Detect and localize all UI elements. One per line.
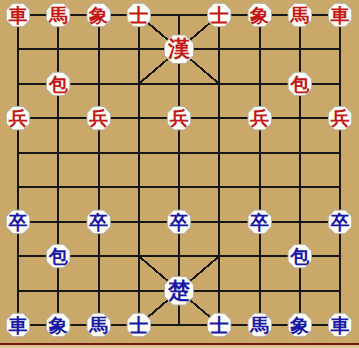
piece-han-horse[interactable]: 馬 [46, 3, 71, 28]
piece-face[interactable]: 包 [288, 72, 311, 95]
piece-face[interactable]: 卒 [7, 210, 30, 233]
piece-face[interactable]: 象 [288, 313, 311, 336]
janggi-board: 車馬象士士象馬車漢包包兵兵兵兵兵卒卒卒卒卒包包楚車象馬士士馬象車 [0, 0, 359, 348]
piece-face[interactable]: 馬 [47, 4, 70, 27]
piece-cho-chariot[interactable]: 車 [328, 312, 353, 337]
piece-face[interactable]: 包 [47, 245, 70, 268]
piece-face[interactable]: 兵 [329, 107, 352, 130]
piece-face[interactable]: 車 [7, 4, 30, 27]
piece-face[interactable]: 馬 [288, 4, 311, 27]
piece-cho-chariot[interactable]: 車 [6, 312, 31, 337]
piece-cho-soldier[interactable]: 卒 [6, 209, 31, 234]
piece-cho-horse[interactable]: 馬 [86, 312, 111, 337]
piece-han-elephant[interactable]: 象 [247, 3, 272, 28]
piece-face[interactable]: 車 [329, 4, 352, 27]
piece-face[interactable]: 士 [208, 313, 231, 336]
piece-face[interactable]: 楚 [165, 277, 193, 305]
piece-face[interactable]: 卒 [329, 210, 352, 233]
piece-face[interactable]: 卒 [87, 210, 110, 233]
piece-cho-cannon[interactable]: 包 [46, 244, 71, 269]
piece-face[interactable]: 馬 [87, 313, 110, 336]
piece-han-soldier[interactable]: 兵 [247, 106, 272, 131]
piece-face[interactable]: 兵 [168, 107, 191, 130]
piece-face[interactable]: 包 [288, 245, 311, 268]
piece-han-general[interactable]: 漢 [164, 34, 194, 64]
piece-face[interactable]: 馬 [248, 313, 271, 336]
piece-face[interactable]: 士 [208, 4, 231, 27]
piece-cho-soldier[interactable]: 卒 [167, 209, 192, 234]
piece-cho-soldier[interactable]: 卒 [328, 209, 353, 234]
piece-face[interactable]: 兵 [248, 107, 271, 130]
piece-cho-elephant[interactable]: 象 [287, 312, 312, 337]
piece-face[interactable]: 兵 [7, 107, 30, 130]
piece-cho-general[interactable]: 楚 [164, 276, 194, 306]
piece-face[interactable]: 士 [127, 4, 150, 27]
piece-cho-horse[interactable]: 馬 [247, 312, 272, 337]
piece-han-soldier[interactable]: 兵 [6, 106, 31, 131]
piece-face[interactable]: 包 [47, 72, 70, 95]
piece-face[interactable]: 象 [87, 4, 110, 27]
piece-han-horse[interactable]: 馬 [287, 3, 312, 28]
piece-cho-guard[interactable]: 士 [207, 312, 232, 337]
piece-face[interactable]: 漢 [165, 35, 193, 63]
piece-han-elephant[interactable]: 象 [86, 3, 111, 28]
piece-han-chariot[interactable]: 車 [6, 3, 31, 28]
piece-cho-soldier[interactable]: 卒 [86, 209, 111, 234]
piece-han-guard[interactable]: 士 [207, 3, 232, 28]
piece-face[interactable]: 象 [47, 313, 70, 336]
piece-cho-guard[interactable]: 士 [126, 312, 151, 337]
piece-cho-cannon[interactable]: 包 [287, 244, 312, 269]
piece-han-soldier[interactable]: 兵 [328, 106, 353, 131]
piece-cho-soldier[interactable]: 卒 [247, 209, 272, 234]
piece-han-guard[interactable]: 士 [126, 3, 151, 28]
piece-han-soldier[interactable]: 兵 [86, 106, 111, 131]
piece-han-cannon[interactable]: 包 [46, 71, 71, 96]
piece-face[interactable]: 車 [7, 313, 30, 336]
piece-face[interactable]: 兵 [87, 107, 110, 130]
pieces-layer: 車馬象士士象馬車漢包包兵兵兵兵兵卒卒卒卒卒包包楚車象馬士士馬象車 [0, 0, 359, 348]
piece-han-soldier[interactable]: 兵 [167, 106, 192, 131]
piece-face[interactable]: 車 [329, 313, 352, 336]
piece-han-cannon[interactable]: 包 [287, 71, 312, 96]
piece-han-chariot[interactable]: 車 [328, 3, 353, 28]
piece-face[interactable]: 象 [248, 4, 271, 27]
piece-face[interactable]: 卒 [248, 210, 271, 233]
piece-face[interactable]: 士 [127, 313, 150, 336]
piece-cho-elephant[interactable]: 象 [46, 312, 71, 337]
piece-face[interactable]: 卒 [168, 210, 191, 233]
